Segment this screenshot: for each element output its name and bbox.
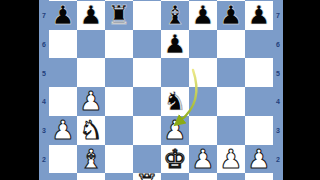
square-d3 — [133, 116, 161, 145]
square-d6 — [133, 30, 161, 59]
square-b6 — [77, 30, 105, 59]
square-e2: ♚ — [161, 145, 189, 174]
square-h6 — [245, 30, 273, 59]
rank-label-6-right: 6 — [273, 40, 283, 47]
square-c1 — [105, 173, 133, 180]
piece-white-rook-d1: ♜ — [133, 169, 161, 180]
square-f3 — [189, 116, 217, 145]
rank-label-5-right: 5 — [273, 69, 283, 76]
square-d4 — [133, 87, 161, 116]
rank-label-6-left: 6 — [39, 40, 49, 47]
piece-black-pawn-a7: ♟ — [49, 1, 77, 30]
piece-black-pawn-b7: ♟ — [77, 1, 105, 30]
square-a5 — [49, 58, 77, 87]
square-f6 — [189, 30, 217, 59]
piece-black-bishop-e7: ♝ — [161, 1, 189, 30]
square-h5 — [245, 58, 273, 87]
square-h3 — [245, 116, 273, 145]
square-b3: ♞ — [77, 116, 105, 145]
piece-black-pawn-f7: ♟ — [189, 1, 217, 30]
piece-white-pawn-b4: ♟ — [77, 87, 105, 116]
rank-label-7-right: 7 — [273, 12, 283, 19]
piece-black-pawn-e6: ♟ — [161, 30, 189, 59]
square-g1 — [217, 173, 245, 180]
left-letterbox-bar — [0, 0, 39, 180]
square-h7: ♟ — [245, 1, 273, 30]
square-e1 — [161, 173, 189, 180]
square-d7 — [133, 1, 161, 30]
square-a1 — [49, 173, 77, 180]
square-c7: ♜ — [105, 1, 133, 30]
square-a2 — [49, 145, 77, 174]
square-b7: ♟ — [77, 1, 105, 30]
piece-white-king-e2: ♚ — [161, 145, 189, 174]
rank-label-2-right: 2 — [273, 155, 283, 162]
square-a4 — [49, 87, 77, 116]
square-c3 — [105, 116, 133, 145]
rank-label-7-left: 7 — [39, 12, 49, 19]
square-c4 — [105, 87, 133, 116]
piece-white-pawn-h2: ♟ — [245, 145, 273, 174]
video-frame: 87654321 ♜♚♟♟♜♝♟♟♟♟♟♞♟♞♟♝♚♟♟♟♜ 87654321 — [0, 0, 320, 180]
rank-labels-right: 87654321 — [273, 0, 283, 180]
rank-label-3-right: 3 — [273, 127, 283, 134]
square-c2 — [105, 145, 133, 174]
square-a7: ♟ — [49, 1, 77, 30]
piece-white-pawn-a3: ♟ — [49, 116, 77, 145]
square-e7: ♝ — [161, 1, 189, 30]
square-f7: ♟ — [189, 1, 217, 30]
piece-white-pawn-e3: ♟ — [161, 116, 189, 145]
square-f5 — [189, 58, 217, 87]
square-g5 — [217, 58, 245, 87]
square-g3 — [217, 116, 245, 145]
square-e5 — [161, 58, 189, 87]
square-h2: ♟ — [245, 145, 273, 174]
square-d1: ♜ — [133, 173, 161, 180]
rank-label-5-left: 5 — [39, 69, 49, 76]
square-h1 — [245, 173, 273, 180]
rank-labels-left: 87654321 — [39, 0, 49, 180]
square-f4 — [189, 87, 217, 116]
piece-white-pawn-f2: ♟ — [189, 145, 217, 174]
square-a3: ♟ — [49, 116, 77, 145]
piece-black-pawn-h7: ♟ — [245, 1, 273, 30]
chessboard-area: 87654321 ♜♚♟♟♜♝♟♟♟♟♟♞♟♞♟♝♚♟♟♟♜ 87654321 — [39, 0, 283, 180]
square-b2: ♝ — [77, 145, 105, 174]
square-b5 — [77, 58, 105, 87]
piece-white-pawn-g2: ♟ — [217, 145, 245, 174]
right-letterbox-bar — [283, 0, 320, 180]
square-f2: ♟ — [189, 145, 217, 174]
rank-label-3-left: 3 — [39, 127, 49, 134]
piece-black-pawn-g7: ♟ — [217, 1, 245, 30]
square-c6 — [105, 30, 133, 59]
square-a6 — [49, 30, 77, 59]
square-e6: ♟ — [161, 30, 189, 59]
piece-black-rook-c7: ♜ — [105, 1, 133, 30]
square-g6 — [217, 30, 245, 59]
square-h4 — [245, 87, 273, 116]
rank-label-4-right: 4 — [273, 98, 283, 105]
square-c5 — [105, 58, 133, 87]
square-d5 — [133, 58, 161, 87]
piece-white-bishop-b2: ♝ — [77, 145, 105, 174]
square-e3: ♟ — [161, 116, 189, 145]
rank-label-2-left: 2 — [39, 155, 49, 162]
piece-black-knight-e4: ♞ — [161, 87, 189, 116]
square-e4: ♞ — [161, 87, 189, 116]
square-b4: ♟ — [77, 87, 105, 116]
rank-label-4-left: 4 — [39, 98, 49, 105]
square-b1 — [77, 173, 105, 180]
square-g2: ♟ — [217, 145, 245, 174]
piece-white-knight-b3: ♞ — [77, 116, 105, 145]
square-f1 — [189, 173, 217, 180]
square-g7: ♟ — [217, 1, 245, 30]
square-g4 — [217, 87, 245, 116]
chess-board: ♜♚♟♟♜♝♟♟♟♟♟♞♟♞♟♝♚♟♟♟♜ — [49, 0, 273, 180]
